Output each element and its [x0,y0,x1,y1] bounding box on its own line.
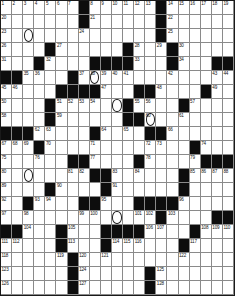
cell-r19c21[interactable] [223,253,234,267]
cell-r6c12[interactable]: 41 [123,71,134,85]
cell-r1c7[interactable]: 7 [68,1,79,15]
cell-r17c19[interactable]: 108 [201,225,212,239]
cell-r5c14[interactable] [145,57,156,71]
cell-r4c19[interactable] [201,43,212,57]
cell-r14c1[interactable]: 89 [1,183,12,197]
cell-r1c14[interactable]: 13 [145,1,156,15]
cell-r18c16[interactable] [167,239,178,253]
cell-r16c9[interactable]: 100 [90,211,101,225]
cell-r6c13[interactable] [134,71,145,85]
cell-r16c11[interactable] [112,211,123,225]
cell-r21c16[interactable] [167,281,178,295]
cell-r14c9[interactable] [90,183,101,197]
cell-r5c6[interactable] [56,57,67,71]
cell-r20c19[interactable] [201,267,212,281]
cell-r2c20[interactable] [212,15,223,29]
cell-r9c18[interactable] [190,113,201,127]
cell-r14c8[interactable] [79,183,90,197]
cell-r12c18[interactable]: 79 [190,155,201,169]
cell-r21c12[interactable] [123,281,134,295]
cell-r12c11[interactable] [112,155,123,169]
cell-r18c19[interactable] [201,239,212,253]
cell-r19c1[interactable]: 118 [1,253,12,267]
cell-r18c1[interactable]: 111 [1,239,12,253]
cell-r4c2[interactable] [12,43,23,57]
cell-r13c8[interactable]: 82 [79,169,90,183]
cell-r20c3[interactable] [23,267,34,281]
cell-r15c4[interactable]: 93 [34,197,45,211]
cell-r12c14[interactable]: 78 [145,155,156,169]
cell-r19c13[interactable] [134,253,145,267]
cell-r16c6[interactable] [56,211,67,225]
cell-r18c12[interactable]: 115 [123,239,134,253]
cell-r20c12[interactable] [123,267,134,281]
cell-r9c2[interactable] [12,113,23,127]
cell-r7c11[interactable] [112,85,123,99]
cell-r18c21[interactable] [223,239,234,253]
cell-r21c20[interactable] [212,281,223,295]
cell-r19c17[interactable]: 122 [179,253,190,267]
cell-r19c20[interactable] [212,253,223,267]
cell-r5c19[interactable] [201,57,212,71]
cell-r21c11[interactable] [112,281,123,295]
cell-r21c17[interactable] [179,281,190,295]
cell-r8c4[interactable] [34,99,45,113]
cell-r8c8[interactable]: 53 [79,99,90,113]
cell-r11c12[interactable] [123,141,134,155]
cell-r6c18[interactable] [190,71,201,85]
cell-r13c14[interactable] [145,169,156,183]
cell-r9c14[interactable]: 60 [145,113,156,127]
cell-r11c3[interactable]: 69 [23,141,34,155]
cell-r8c2[interactable] [12,99,23,113]
cell-r19c5[interactable] [45,253,56,267]
cell-r4c6[interactable]: 27 [56,43,67,57]
cell-r12c2[interactable] [12,155,23,169]
cell-r8c11[interactable] [112,99,123,113]
cell-r20c20[interactable] [212,267,223,281]
cell-r18c15[interactable] [156,239,167,253]
cell-r20c2[interactable] [12,267,23,281]
cell-r8c13[interactable]: 55 [134,99,145,113]
cell-r3c18[interactable] [190,29,201,43]
cell-r19c18[interactable] [190,253,201,267]
cell-r16c13[interactable]: 101 [134,211,145,225]
cell-r14c20[interactable] [212,183,223,197]
cell-r20c5[interactable] [45,267,56,281]
cell-r1c12[interactable]: 11 [123,1,134,15]
cell-r4c15[interactable]: 29 [156,43,167,57]
cell-r10c19[interactable] [201,127,212,141]
cell-r4c4[interactable] [34,43,45,57]
cell-r8c16[interactable] [167,99,178,113]
cell-r19c9[interactable] [90,253,101,267]
cell-r12c16[interactable] [167,155,178,169]
cell-r7c18[interactable] [190,85,201,99]
cell-r5c15[interactable] [156,57,167,71]
cell-r21c13[interactable] [134,281,145,295]
cell-r9c19[interactable] [201,113,212,127]
cell-r15c1[interactable]: 92 [1,197,12,211]
cell-r15c10[interactable]: 95 [101,197,112,211]
cell-r3c10[interactable] [101,29,112,43]
cell-r1c1[interactable]: 1 [1,1,12,15]
cell-r20c13[interactable] [134,267,145,281]
cell-r13c18[interactable]: 85 [190,169,201,183]
cell-r20c9[interactable] [90,267,101,281]
cell-r4c8[interactable] [79,43,90,57]
cell-r20c10[interactable] [101,267,112,281]
cell-r2c14[interactable] [145,15,156,29]
cell-r8c7[interactable]: 52 [68,99,79,113]
cell-r17c8[interactable] [79,225,90,239]
cell-r17c14[interactable]: 106 [145,225,156,239]
cell-r4c13[interactable]: 28 [134,43,145,57]
cell-r18c14[interactable] [145,239,156,253]
cell-r13c3[interactable] [23,169,34,183]
cell-r11c20[interactable] [212,141,223,155]
cell-r9c1[interactable]: 58 [1,113,12,127]
cell-r1c2[interactable]: 2 [12,1,23,15]
cell-r7c2[interactable]: 46 [12,85,23,99]
cell-r14c13[interactable] [134,183,145,197]
cell-r5c13[interactable]: 33 [134,57,145,71]
cell-r2c3[interactable] [23,15,34,29]
cell-r13c2[interactable] [12,169,23,183]
cell-r17c7[interactable]: 105 [68,225,79,239]
cell-r3c21[interactable] [223,29,234,43]
cell-r2c21[interactable] [223,15,234,29]
cell-r4c21[interactable] [223,43,234,57]
cell-r19c4[interactable] [34,253,45,267]
cell-r1c20[interactable]: 18 [212,1,223,15]
cell-r14c21[interactable] [223,183,234,197]
cell-r19c16[interactable] [167,253,178,267]
cell-r17c20[interactable]: 109 [212,225,223,239]
cell-r16c18[interactable] [190,211,201,225]
cell-r6c6[interactable] [56,71,67,85]
cell-r18c13[interactable]: 116 [134,239,145,253]
cell-r6c5[interactable] [45,71,56,85]
cell-r5c2[interactable] [12,57,23,71]
cell-r8c14[interactable]: 56 [145,99,156,113]
cell-r20c16[interactable] [167,267,178,281]
cell-r1c17[interactable]: 15 [179,1,190,15]
cell-r9c10[interactable] [101,113,112,127]
cell-r2c4[interactable] [34,15,45,29]
cell-r11c5[interactable]: 70 [45,141,56,155]
cell-r1c10[interactable]: 9 [101,1,112,15]
cell-r3c6[interactable] [56,29,67,43]
cell-r1c19[interactable]: 17 [201,1,212,15]
cell-r18c18[interactable]: 117 [190,239,201,253]
cell-r20c11[interactable] [112,267,123,281]
cell-r9c3[interactable] [23,113,34,127]
cell-r4c14[interactable] [145,43,156,57]
cell-r10c6[interactable] [56,127,67,141]
cell-r12c10[interactable] [101,155,112,169]
cell-r6c21[interactable]: 44 [223,71,234,85]
cell-r8c1[interactable]: 50 [1,99,12,113]
cell-r18c20[interactable] [212,239,223,253]
cell-r3c7[interactable] [68,29,79,43]
cell-r9c7[interactable] [68,113,79,127]
cell-r8c19[interactable] [201,99,212,113]
cell-r4c3[interactable] [23,43,34,57]
cell-r11c6[interactable] [56,141,67,155]
cell-r9c16[interactable] [167,113,178,127]
cell-r5c17[interactable]: 34 [179,57,190,71]
cell-r11c19[interactable]: 74 [201,141,212,155]
cell-r13c20[interactable]: 87 [212,169,223,183]
cell-r16c17[interactable] [179,211,190,225]
cell-r3c8[interactable]: 24 [79,29,90,43]
cell-r2c11[interactable] [112,15,123,29]
cell-r21c6[interactable] [56,281,67,295]
cell-r6c9[interactable]: 38 [90,71,101,85]
cell-r14c11[interactable]: 91 [112,183,123,197]
cell-r15c17[interactable]: 96 [179,197,190,211]
cell-r8c20[interactable] [212,99,223,113]
cell-r2c16[interactable]: 22 [167,15,178,29]
cell-r12c3[interactable] [23,155,34,169]
cell-r2c2[interactable] [12,15,23,29]
cell-r18c4[interactable] [34,239,45,253]
cell-r6c14[interactable] [145,71,156,85]
cell-r16c3[interactable]: 98 [23,211,34,225]
cell-r2c9[interactable]: 21 [90,15,101,29]
cell-r2c12[interactable] [123,15,134,29]
cell-r17c5[interactable] [45,225,56,239]
cell-r5c1[interactable]: 31 [1,57,12,71]
cell-r7c3[interactable] [23,85,34,99]
cell-r21c3[interactable] [23,281,34,295]
cell-r17c9[interactable] [90,225,101,239]
cell-r4c11[interactable] [112,43,123,57]
cell-r1c6[interactable]: 6 [56,1,67,15]
cell-r16c2[interactable] [12,211,23,225]
cell-r3c2[interactable] [12,29,23,43]
cell-r21c5[interactable] [45,281,56,295]
cell-r2c5[interactable] [45,15,56,29]
cell-r4c9[interactable] [90,43,101,57]
cell-r5c3[interactable] [23,57,34,71]
cell-r12c6[interactable] [56,155,67,169]
cell-r15c19[interactable] [201,197,212,211]
cell-r4c17[interactable]: 30 [179,43,190,57]
cell-r17c16[interactable] [167,225,178,239]
cell-r2c6[interactable] [56,15,67,29]
cell-r9c15[interactable] [156,113,167,127]
cell-r7c4[interactable] [34,85,45,99]
cell-r13c15[interactable] [156,169,167,183]
cell-r5c18[interactable] [190,57,201,71]
cell-r16c8[interactable]: 99 [79,211,90,225]
cell-r16c12[interactable] [123,211,134,225]
cell-r9c17[interactable]: 61 [179,113,190,127]
cell-r15c5[interactable]: 94 [45,197,56,211]
cell-r2c1[interactable]: 20 [1,15,12,29]
cell-r1c5[interactable]: 5 [45,1,56,15]
cell-r14c19[interactable] [201,183,212,197]
cell-r20c21[interactable] [223,267,234,281]
cell-r6c11[interactable]: 40 [112,71,123,85]
cell-r15c11[interactable] [112,197,123,211]
cell-r18c11[interactable]: 114 [112,239,123,253]
cell-r1c4[interactable]: 4 [34,1,45,15]
cell-r3c14[interactable] [145,29,156,43]
cell-r15c12[interactable] [123,197,134,211]
cell-r8c15[interactable] [156,99,167,113]
cell-r14c16[interactable] [167,183,178,197]
cell-r19c6[interactable]: 119 [56,253,67,267]
cell-r12c4[interactable]: 76 [34,155,45,169]
cell-r4c20[interactable] [212,43,223,57]
cell-r19c11[interactable] [112,253,123,267]
cell-r1c9[interactable]: 8 [90,1,101,15]
cell-r10c17[interactable] [179,127,190,141]
cell-r10c8[interactable] [79,127,90,141]
cell-r6c20[interactable]: 43 [212,71,223,85]
cell-r13c6[interactable] [56,169,67,183]
cell-r11c8[interactable] [79,141,90,155]
cell-r6c17[interactable] [179,71,190,85]
cell-r20c1[interactable]: 123 [1,267,12,281]
cell-r11c15[interactable]: 73 [156,141,167,155]
cell-r10c13[interactable] [134,127,145,141]
cell-r21c9[interactable] [90,281,101,295]
cell-r3c5[interactable] [45,29,56,43]
cell-r2c7[interactable] [68,15,79,29]
cell-r5c7[interactable] [68,57,79,71]
cell-r6c10[interactable]: 39 [101,71,112,85]
cell-r16c14[interactable]: 102 [145,211,156,225]
cell-r18c7[interactable]: 113 [68,239,79,253]
cell-r10c5[interactable]: 63 [45,127,56,141]
cell-r9c8[interactable] [79,113,90,127]
cell-r8c18[interactable]: 57 [190,99,201,113]
cell-r12c15[interactable] [156,155,167,169]
cell-r18c8[interactable] [79,239,90,253]
cell-r3c3[interactable] [23,29,34,43]
cell-r7c1[interactable]: 45 [1,85,12,99]
cell-r11c10[interactable] [101,141,112,155]
cell-r16c4[interactable] [34,211,45,225]
cell-r16c19[interactable] [201,211,212,225]
cell-r1c16[interactable]: 14 [167,1,178,15]
cell-r9c4[interactable] [34,113,45,127]
cell-r16c1[interactable]: 97 [1,211,12,225]
cell-r13c1[interactable]: 80 [1,169,12,183]
cell-r16c7[interactable] [68,211,79,225]
cell-r13c13[interactable]: 84 [134,169,145,183]
cell-r10c7[interactable] [68,127,79,141]
cell-r19c10[interactable]: 121 [101,253,112,267]
cell-r6c16[interactable]: 42 [167,71,178,85]
cell-r6c15[interactable] [156,71,167,85]
cell-r3c17[interactable] [179,29,190,43]
cell-r18c3[interactable] [23,239,34,253]
cell-r19c2[interactable] [12,253,23,267]
cell-r21c15[interactable]: 128 [156,281,167,295]
cell-r21c10[interactable] [101,281,112,295]
cell-r2c18[interactable] [190,15,201,29]
cell-r3c12[interactable] [123,29,134,43]
cell-r5c8[interactable] [79,57,90,71]
cell-r17c21[interactable]: 110 [223,225,234,239]
cell-r11c9[interactable]: 71 [90,141,101,155]
cell-r7c5[interactable] [45,85,56,99]
cell-r12c9[interactable]: 77 [90,155,101,169]
cell-r20c15[interactable]: 125 [156,267,167,281]
cell-r14c2[interactable] [12,183,23,197]
cell-r15c2[interactable] [12,197,23,211]
cell-r15c18[interactable] [190,197,201,211]
cell-r19c14[interactable] [145,253,156,267]
cell-r10c11[interactable] [112,127,123,141]
cell-r17c17[interactable] [179,225,190,239]
cell-r13c4[interactable] [34,169,45,183]
cell-r14c7[interactable] [68,183,79,197]
cell-r7c12[interactable] [123,85,134,99]
cell-r1c3[interactable]: 3 [23,1,34,15]
cell-r7c16[interactable] [167,85,178,99]
cell-r3c16[interactable]: 25 [167,29,178,43]
cell-r20c6[interactable] [56,267,67,281]
cell-r13c19[interactable]: 86 [201,169,212,183]
cell-r15c21[interactable] [223,197,234,211]
cell-r10c21[interactable] [223,127,234,141]
cell-r8c9[interactable]: 54 [90,99,101,113]
cell-r11c16[interactable] [167,141,178,155]
cell-r1c13[interactable]: 12 [134,1,145,15]
cell-r21c8[interactable]: 127 [79,281,90,295]
cell-r16c5[interactable] [45,211,56,225]
cell-r2c19[interactable] [201,15,212,29]
cell-r10c10[interactable]: 64 [101,127,112,141]
cell-r3c4[interactable] [34,29,45,43]
cell-r13c7[interactable]: 81 [68,169,79,183]
cell-r18c2[interactable]: 112 [12,239,23,253]
cell-r3c11[interactable] [112,29,123,43]
cell-r17c4[interactable] [34,225,45,239]
cell-r13c5[interactable] [45,169,56,183]
cell-r21c4[interactable] [34,281,45,295]
cell-r9c9[interactable] [90,113,101,127]
cell-r11c2[interactable]: 68 [12,141,23,155]
cell-r16c16[interactable]: 103 [167,211,178,225]
cell-r13c16[interactable] [167,169,178,183]
cell-r7c17[interactable] [179,85,190,99]
cell-r11c1[interactable]: 67 [1,141,12,155]
cell-r6c19[interactable] [201,71,212,85]
cell-r2c13[interactable] [134,15,145,29]
cell-r21c18[interactable] [190,281,201,295]
cell-r3c9[interactable] [90,29,101,43]
cell-r8c10[interactable] [101,99,112,113]
cell-r8c3[interactable] [23,99,34,113]
cell-r15c6[interactable] [56,197,67,211]
cell-r19c3[interactable] [23,253,34,267]
cell-r9c6[interactable]: 59 [56,113,67,127]
cell-r10c18[interactable] [190,127,201,141]
cell-r9c21[interactable] [223,113,234,127]
cell-r2c10[interactable] [101,15,112,29]
cell-r14c15[interactable] [156,183,167,197]
cell-r11c14[interactable]: 72 [145,141,156,155]
cell-r1c11[interactable]: 10 [112,1,123,15]
cell-r10c20[interactable] [212,127,223,141]
